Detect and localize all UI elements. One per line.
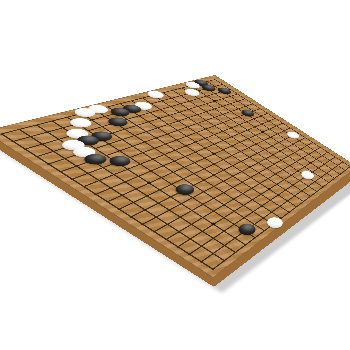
go-board-scene [0, 0, 350, 350]
grid-lines [0, 79, 350, 270]
